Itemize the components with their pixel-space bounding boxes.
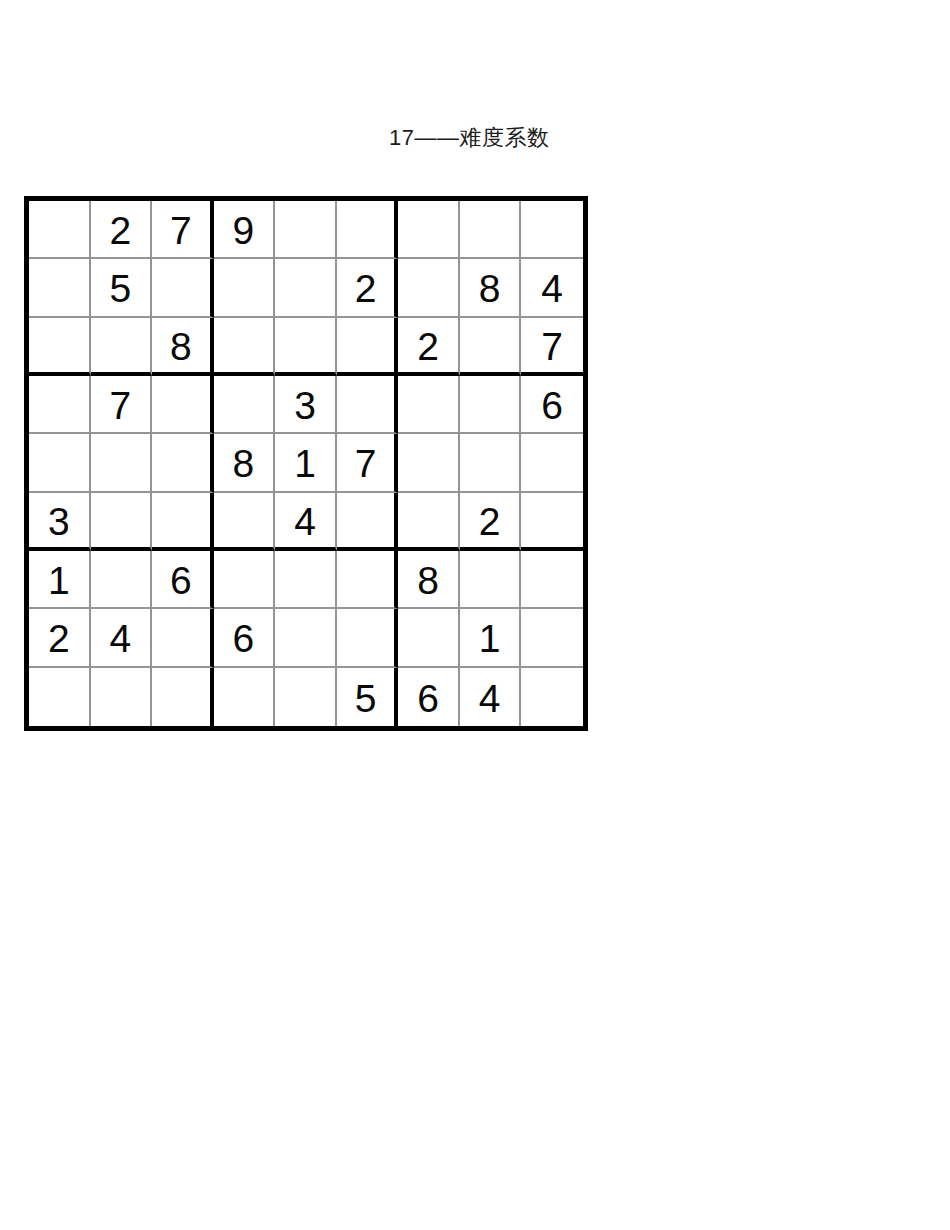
sudoku-cell-r6c6 — [337, 493, 399, 551]
sudoku-cell-r7c4 — [214, 551, 276, 609]
sudoku-cell-r8c2: 4 — [91, 609, 153, 667]
sudoku-cell-r1c3: 7 — [152, 201, 214, 259]
sudoku-cell-r5c4: 8 — [214, 434, 276, 492]
sudoku-cell-r8c6 — [337, 609, 399, 667]
sudoku-cell-r3c8 — [460, 318, 522, 376]
document-page: 17——难度系数 27952848277368173421682461564 — [0, 0, 950, 1230]
sudoku-cell-r6c3 — [152, 493, 214, 551]
sudoku-cell-r4c3 — [152, 376, 214, 434]
sudoku-cell-r1c9 — [521, 201, 583, 259]
sudoku-cell-r1c5 — [275, 201, 337, 259]
sudoku-cell-r4c1 — [29, 376, 91, 434]
sudoku-cell-r7c8 — [460, 551, 522, 609]
sudoku-cell-r2c1 — [29, 259, 91, 317]
sudoku-cell-r9c7: 6 — [398, 668, 460, 726]
sudoku-cell-r9c8: 4 — [460, 668, 522, 726]
sudoku-cell-r9c3 — [152, 668, 214, 726]
sudoku-cell-r7c2 — [91, 551, 153, 609]
sudoku-cell-r4c2: 7 — [91, 376, 153, 434]
sudoku-cell-r1c1 — [29, 201, 91, 259]
sudoku-cell-r6c4 — [214, 493, 276, 551]
sudoku-cell-r5c6: 7 — [337, 434, 399, 492]
sudoku-cell-r3c5 — [275, 318, 337, 376]
sudoku-cell-r6c7 — [398, 493, 460, 551]
sudoku-cell-r4c9: 6 — [521, 376, 583, 434]
sudoku-cell-r6c5: 4 — [275, 493, 337, 551]
sudoku-cell-r5c1 — [29, 434, 91, 492]
sudoku-cell-r2c7 — [398, 259, 460, 317]
sudoku-cell-r3c9: 7 — [521, 318, 583, 376]
sudoku-cell-r3c3: 8 — [152, 318, 214, 376]
sudoku-cell-r6c9 — [521, 493, 583, 551]
sudoku-cell-r4c8 — [460, 376, 522, 434]
sudoku-cell-r8c7 — [398, 609, 460, 667]
sudoku-cell-r2c4 — [214, 259, 276, 317]
sudoku-cell-r9c2 — [91, 668, 153, 726]
sudoku-cell-r5c9 — [521, 434, 583, 492]
sudoku-cell-r1c6 — [337, 201, 399, 259]
sudoku-cell-r8c5 — [275, 609, 337, 667]
sudoku-cell-r9c4 — [214, 668, 276, 726]
sudoku-cell-r6c1: 3 — [29, 493, 91, 551]
sudoku-cell-r9c5 — [275, 668, 337, 726]
sudoku-cell-r4c5: 3 — [275, 376, 337, 434]
sudoku-cell-r9c9 — [521, 668, 583, 726]
sudoku-cell-r5c3 — [152, 434, 214, 492]
sudoku-cell-r8c4: 6 — [214, 609, 276, 667]
sudoku-cell-r7c3: 6 — [152, 551, 214, 609]
sudoku-cell-r7c6 — [337, 551, 399, 609]
sudoku-cell-r5c8 — [460, 434, 522, 492]
sudoku-cell-r1c7 — [398, 201, 460, 259]
sudoku-board: 27952848277368173421682461564 — [24, 196, 588, 731]
sudoku-cell-r4c6 — [337, 376, 399, 434]
puzzle-title: 17——难度系数 — [389, 125, 549, 151]
sudoku-cell-r2c6: 2 — [337, 259, 399, 317]
sudoku-cell-r2c8: 8 — [460, 259, 522, 317]
sudoku-cell-r8c9 — [521, 609, 583, 667]
sudoku-cell-r8c1: 2 — [29, 609, 91, 667]
sudoku-cell-r1c2: 2 — [91, 201, 153, 259]
sudoku-cell-r8c3 — [152, 609, 214, 667]
sudoku-cell-r7c1: 1 — [29, 551, 91, 609]
sudoku-cell-r3c7: 2 — [398, 318, 460, 376]
sudoku-cell-r2c9: 4 — [521, 259, 583, 317]
sudoku-cell-r6c2 — [91, 493, 153, 551]
sudoku-cell-r3c2 — [91, 318, 153, 376]
sudoku-cell-r7c9 — [521, 551, 583, 609]
sudoku-cell-r8c8: 1 — [460, 609, 522, 667]
sudoku-cell-r9c1 — [29, 668, 91, 726]
sudoku-cell-r2c3 — [152, 259, 214, 317]
sudoku-cell-r5c5: 1 — [275, 434, 337, 492]
sudoku-cell-r5c7 — [398, 434, 460, 492]
sudoku-cell-r7c5 — [275, 551, 337, 609]
sudoku-cell-r2c2: 5 — [91, 259, 153, 317]
sudoku-cell-r6c8: 2 — [460, 493, 522, 551]
sudoku-cell-r9c6: 5 — [337, 668, 399, 726]
sudoku-cell-r5c2 — [91, 434, 153, 492]
sudoku-cell-r3c1 — [29, 318, 91, 376]
sudoku-cell-r4c7 — [398, 376, 460, 434]
sudoku-cell-r7c7: 8 — [398, 551, 460, 609]
sudoku-cell-r1c8 — [460, 201, 522, 259]
sudoku-cell-r1c4: 9 — [214, 201, 276, 259]
sudoku-cell-r4c4 — [214, 376, 276, 434]
sudoku-cell-r3c4 — [214, 318, 276, 376]
sudoku-cell-r2c5 — [275, 259, 337, 317]
sudoku-cell-r3c6 — [337, 318, 399, 376]
